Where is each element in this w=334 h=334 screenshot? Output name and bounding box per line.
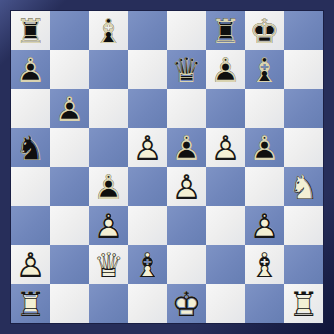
square-c4[interactable]: ♟♙ [89, 167, 128, 206]
square-f6[interactable] [206, 89, 245, 128]
square-d1[interactable] [128, 284, 167, 323]
square-e1[interactable]: ♚♔ [167, 284, 206, 323]
chess-board-frame: ♜♖♝♗♜♖♚♔♟♙♛♕♟♙♝♗♟♙♞♘♟♙♟♙♟♙♟♙♟♙♟♙♞♘♟♙♟♙♟♙… [0, 0, 334, 334]
square-g7[interactable]: ♝♗ [245, 50, 284, 89]
square-g6[interactable] [245, 89, 284, 128]
square-f1[interactable] [206, 284, 245, 323]
white-pawn: ♟♙ [167, 167, 206, 206]
white-king: ♚♔ [167, 284, 206, 323]
white-pawn: ♟♙ [89, 206, 128, 245]
square-d3[interactable] [128, 206, 167, 245]
white-rook: ♜♖ [284, 284, 323, 323]
square-f4[interactable] [206, 167, 245, 206]
white-pawn: ♟♙ [206, 128, 245, 167]
piece-glyph-outline: ♗ [128, 245, 167, 284]
square-h5[interactable] [284, 128, 323, 167]
square-d6[interactable] [128, 89, 167, 128]
piece-glyph-outline: ♘ [11, 128, 50, 167]
white-pawn: ♟♙ [11, 245, 50, 284]
square-g4[interactable] [245, 167, 284, 206]
square-b3[interactable] [50, 206, 89, 245]
square-e6[interactable] [167, 89, 206, 128]
square-g1[interactable] [245, 284, 284, 323]
square-e7[interactable]: ♛♕ [167, 50, 206, 89]
white-knight: ♞♘ [284, 167, 323, 206]
black-knight: ♞♘ [11, 128, 50, 167]
piece-glyph-outline: ♙ [11, 245, 50, 284]
square-e5[interactable]: ♟♙ [167, 128, 206, 167]
square-e8[interactable] [167, 11, 206, 50]
piece-glyph-outline: ♔ [167, 284, 206, 323]
square-d8[interactable] [128, 11, 167, 50]
square-f8[interactable]: ♜♖ [206, 11, 245, 50]
black-pawn: ♟♙ [167, 128, 206, 167]
black-queen: ♛♕ [167, 50, 206, 89]
square-c3[interactable]: ♟♙ [89, 206, 128, 245]
piece-glyph-outline: ♙ [245, 206, 284, 245]
square-c5[interactable] [89, 128, 128, 167]
piece-glyph-outline: ♗ [245, 50, 284, 89]
square-g5[interactable]: ♟♙ [245, 128, 284, 167]
square-b1[interactable] [50, 284, 89, 323]
square-a2[interactable]: ♟♙ [11, 245, 50, 284]
white-bishop: ♝♗ [128, 245, 167, 284]
piece-glyph-outline: ♙ [245, 128, 284, 167]
black-pawn: ♟♙ [245, 128, 284, 167]
black-pawn: ♟♙ [11, 50, 50, 89]
square-h3[interactable] [284, 206, 323, 245]
square-a3[interactable] [11, 206, 50, 245]
square-b5[interactable] [50, 128, 89, 167]
square-h1[interactable]: ♜♖ [284, 284, 323, 323]
piece-glyph-outline: ♖ [11, 284, 50, 323]
square-h7[interactable] [284, 50, 323, 89]
white-pawn: ♟♙ [128, 128, 167, 167]
square-c1[interactable] [89, 284, 128, 323]
square-b8[interactable] [50, 11, 89, 50]
square-h6[interactable] [284, 89, 323, 128]
square-f2[interactable] [206, 245, 245, 284]
square-c2[interactable]: ♛♕ [89, 245, 128, 284]
square-a4[interactable] [11, 167, 50, 206]
white-queen: ♛♕ [89, 245, 128, 284]
black-pawn: ♟♙ [206, 50, 245, 89]
square-e2[interactable] [167, 245, 206, 284]
white-pawn: ♟♙ [245, 206, 284, 245]
square-b4[interactable] [50, 167, 89, 206]
square-a5[interactable]: ♞♘ [11, 128, 50, 167]
square-d5[interactable]: ♟♙ [128, 128, 167, 167]
piece-glyph-outline: ♙ [89, 167, 128, 206]
square-e4[interactable]: ♟♙ [167, 167, 206, 206]
piece-glyph-outline: ♘ [284, 167, 323, 206]
square-a7[interactable]: ♟♙ [11, 50, 50, 89]
square-c8[interactable]: ♝♗ [89, 11, 128, 50]
black-pawn: ♟♙ [89, 167, 128, 206]
chess-board: ♜♖♝♗♜♖♚♔♟♙♛♕♟♙♝♗♟♙♞♘♟♙♟♙♟♙♟♙♟♙♟♙♞♘♟♙♟♙♟♙… [11, 11, 323, 323]
square-g3[interactable]: ♟♙ [245, 206, 284, 245]
square-b2[interactable] [50, 245, 89, 284]
square-c7[interactable] [89, 50, 128, 89]
piece-glyph-outline: ♕ [89, 245, 128, 284]
piece-glyph-outline: ♙ [128, 128, 167, 167]
black-rook: ♜♖ [206, 11, 245, 50]
square-d4[interactable] [128, 167, 167, 206]
square-a6[interactable] [11, 89, 50, 128]
square-d7[interactable] [128, 50, 167, 89]
square-d2[interactable]: ♝♗ [128, 245, 167, 284]
square-b7[interactable] [50, 50, 89, 89]
square-c6[interactable] [89, 89, 128, 128]
black-bishop: ♝♗ [89, 11, 128, 50]
piece-glyph-outline: ♙ [206, 50, 245, 89]
black-bishop: ♝♗ [245, 50, 284, 89]
square-b6[interactable]: ♟♙ [50, 89, 89, 128]
piece-glyph-outline: ♙ [89, 206, 128, 245]
square-g2[interactable]: ♝♗ [245, 245, 284, 284]
piece-glyph-outline: ♙ [167, 128, 206, 167]
black-king: ♚♔ [245, 11, 284, 50]
square-a1[interactable]: ♜♖ [11, 284, 50, 323]
square-f7[interactable]: ♟♙ [206, 50, 245, 89]
piece-glyph-outline: ♗ [89, 11, 128, 50]
white-rook: ♜♖ [11, 284, 50, 323]
square-f3[interactable] [206, 206, 245, 245]
piece-glyph-outline: ♙ [167, 167, 206, 206]
piece-glyph-outline: ♕ [167, 50, 206, 89]
square-e3[interactable] [167, 206, 206, 245]
black-pawn: ♟♙ [50, 89, 89, 128]
piece-glyph-outline: ♖ [284, 284, 323, 323]
square-a8[interactable]: ♜♖ [11, 11, 50, 50]
piece-glyph-outline: ♙ [11, 50, 50, 89]
piece-glyph-outline: ♙ [206, 128, 245, 167]
piece-glyph-outline: ♙ [50, 89, 89, 128]
black-rook: ♜♖ [11, 11, 50, 50]
piece-glyph-outline: ♔ [245, 11, 284, 50]
square-h2[interactable] [284, 245, 323, 284]
square-h4[interactable]: ♞♘ [284, 167, 323, 206]
square-h8[interactable] [284, 11, 323, 50]
piece-glyph-outline: ♖ [206, 11, 245, 50]
square-f5[interactable]: ♟♙ [206, 128, 245, 167]
piece-glyph-outline: ♗ [245, 245, 284, 284]
white-bishop: ♝♗ [245, 245, 284, 284]
square-g8[interactable]: ♚♔ [245, 11, 284, 50]
piece-glyph-outline: ♖ [11, 11, 50, 50]
